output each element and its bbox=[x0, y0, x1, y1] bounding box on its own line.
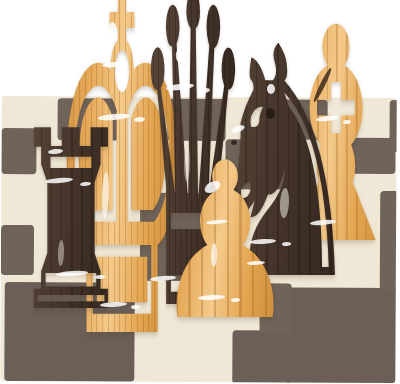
black-rook-glyph: ♜ bbox=[12, 98, 130, 346]
white-pawn-glyph: ♟ bbox=[152, 135, 297, 351]
piece-white-pawn: ♟ bbox=[152, 135, 297, 351]
chess-illustration: ♚ ♛ ♝ ♞ ♜ ♟ bbox=[0, 0, 400, 384]
piece-black-rook: ♜ bbox=[12, 98, 130, 346]
